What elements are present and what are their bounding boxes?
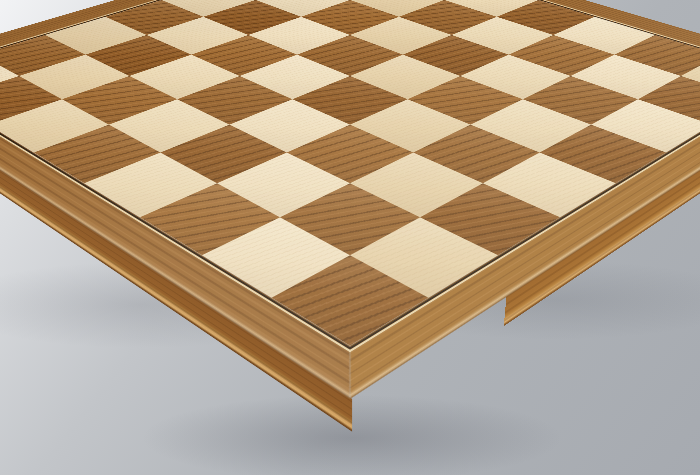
- gray-backdrop: [0, 0, 700, 475]
- chessboard: [0, 0, 700, 399]
- screenshot: [0, 0, 700, 475]
- checkerboard-grid: [0, 0, 700, 346]
